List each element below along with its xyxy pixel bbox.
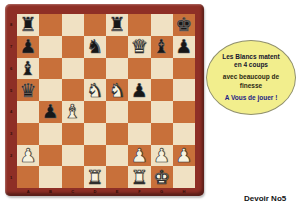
square-g8[interactable] — [151, 14, 173, 36]
square-b8[interactable] — [39, 14, 61, 36]
white-pawn-a2[interactable]: ♟ — [20, 145, 37, 164]
square-d4[interactable] — [84, 101, 106, 123]
square-d2[interactable] — [84, 145, 106, 167]
square-e2[interactable] — [106, 145, 128, 167]
black-bishop-a6[interactable]: ♝ — [20, 58, 37, 77]
rank-label-7: 7 — [5, 36, 17, 58]
black-pawn-a7[interactable]: ♟ — [20, 37, 37, 56]
square-b7[interactable] — [39, 36, 61, 58]
square-h8[interactable]: ♚ — [173, 14, 195, 36]
white-queen-f7[interactable]: ♛ — [131, 37, 148, 56]
square-d1[interactable]: ♜ — [84, 166, 106, 188]
square-c5[interactable] — [62, 79, 84, 101]
square-g7[interactable]: ♝ — [151, 36, 173, 58]
square-d7[interactable]: ♞ — [84, 36, 106, 58]
square-e5[interactable]: ♞ — [106, 79, 128, 101]
square-e6[interactable] — [106, 58, 128, 80]
black-bishop-g7[interactable]: ♝ — [153, 37, 170, 56]
file-label-g: G — [151, 187, 173, 196]
square-h5[interactable] — [173, 79, 195, 101]
rank-labels: 87654321 — [5, 14, 17, 188]
square-e1[interactable] — [106, 166, 128, 188]
square-g1[interactable]: ♚ — [151, 166, 173, 188]
square-f1[interactable]: ♜ — [128, 166, 150, 188]
square-a2[interactable]: ♟ — [17, 145, 39, 167]
file-label-e: E — [106, 187, 128, 196]
file-label-d: D — [84, 187, 106, 196]
square-a1[interactable] — [17, 166, 39, 188]
white-pawn-f2[interactable]: ♟ — [131, 145, 148, 164]
square-c7[interactable] — [62, 36, 84, 58]
white-bishop-c4[interactable]: ♝ — [64, 102, 81, 121]
puzzle-annotation-bubble: Les Blancs matent en 4 coups avec beauco… — [206, 40, 296, 115]
square-f8[interactable] — [128, 14, 150, 36]
square-b1[interactable] — [39, 166, 61, 188]
square-e4[interactable] — [106, 101, 128, 123]
square-d3[interactable] — [84, 123, 106, 145]
square-h4[interactable] — [173, 101, 195, 123]
square-c2[interactable] — [62, 145, 84, 167]
square-f7[interactable]: ♛ — [128, 36, 150, 58]
annotation-line: finesse — [223, 82, 279, 90]
square-e7[interactable] — [106, 36, 128, 58]
annotation-finesse: avec beaucoup de finesse — [223, 73, 279, 89]
rank-label-3: 3 — [5, 123, 17, 145]
white-knight-d5[interactable]: ♞ — [86, 80, 103, 99]
black-rook-a8[interactable]: ♜ — [20, 15, 37, 34]
square-f6[interactable] — [128, 58, 150, 80]
white-pawn-h2[interactable]: ♟ — [175, 145, 192, 164]
square-h1[interactable] — [173, 166, 195, 188]
annotation-your-move: A Vous de jouer ! — [225, 94, 278, 102]
square-a7[interactable]: ♟ — [17, 36, 39, 58]
square-h3[interactable] — [173, 123, 195, 145]
file-label-a: A — [17, 187, 39, 196]
square-f2[interactable]: ♟ — [128, 145, 150, 167]
square-h2[interactable]: ♟ — [173, 145, 195, 167]
square-b4[interactable]: ♟ — [39, 101, 61, 123]
board-grid: ♜♜♚♟♞♛♝♟♝♛♞♞♟♟♝♟♟♟♟♜♜♚ — [17, 14, 195, 188]
square-b6[interactable] — [39, 58, 61, 80]
rank-label-6: 6 — [5, 58, 17, 80]
square-c1[interactable] — [62, 166, 84, 188]
rank-label-4: 4 — [5, 101, 17, 123]
square-b2[interactable] — [39, 145, 61, 167]
square-f5[interactable]: ♟ — [128, 79, 150, 101]
square-a4[interactable] — [17, 101, 39, 123]
white-king-g1[interactable]: ♚ — [153, 167, 170, 186]
square-g2[interactable]: ♟ — [151, 145, 173, 167]
white-pawn-g2[interactable]: ♟ — [153, 145, 170, 164]
square-h6[interactable] — [173, 58, 195, 80]
square-g6[interactable] — [151, 58, 173, 80]
black-king-h8[interactable]: ♚ — [175, 15, 192, 34]
square-d8[interactable] — [84, 14, 106, 36]
square-g5[interactable] — [151, 79, 173, 101]
black-queen-a5[interactable]: ♛ — [20, 80, 37, 99]
rank-label-8: 8 — [5, 14, 17, 36]
black-pawn-f5[interactable]: ♟ — [131, 80, 148, 99]
square-f4[interactable] — [128, 101, 150, 123]
file-label-f: F — [128, 187, 150, 196]
white-knight-e5[interactable]: ♞ — [109, 80, 126, 99]
square-c4[interactable]: ♝ — [62, 101, 84, 123]
square-a3[interactable] — [17, 123, 39, 145]
annotation-line: en 4 coups — [222, 61, 279, 69]
black-knight-d7[interactable]: ♞ — [86, 37, 103, 56]
square-c8[interactable] — [62, 14, 84, 36]
square-e3[interactable] — [106, 123, 128, 145]
square-c6[interactable] — [62, 58, 84, 80]
file-labels: ABCDEFGH — [17, 187, 195, 196]
annotation-line: avec beaucoup de — [223, 73, 279, 81]
file-label-h: H — [173, 187, 195, 196]
square-h7[interactable]: ♟ — [173, 36, 195, 58]
black-rook-e8[interactable]: ♜ — [109, 15, 126, 34]
square-d5[interactable]: ♞ — [84, 79, 106, 101]
square-a5[interactable]: ♛ — [17, 79, 39, 101]
rank-label-5: 5 — [5, 79, 17, 101]
file-label-c: C — [62, 187, 84, 196]
square-f3[interactable] — [128, 123, 150, 145]
black-pawn-h7[interactable]: ♟ — [175, 37, 192, 56]
square-d6[interactable] — [84, 58, 106, 80]
annotation-mate-in-4: Les Blancs matent en 4 coups — [222, 53, 279, 69]
rank-label-2: 2 — [5, 145, 17, 167]
square-b3[interactable] — [39, 123, 61, 145]
black-pawn-b4[interactable]: ♟ — [42, 102, 59, 121]
annotation-line: Les Blancs matent — [222, 53, 279, 61]
file-label-b: B — [39, 187, 61, 196]
square-g3[interactable] — [151, 123, 173, 145]
caption-devoir: Devoir No5 — [244, 194, 286, 203]
square-e8[interactable]: ♜ — [106, 14, 128, 36]
rank-label-1: 1 — [5, 166, 17, 188]
square-b5[interactable] — [39, 79, 61, 101]
square-c3[interactable] — [62, 123, 84, 145]
square-a8[interactable]: ♜ — [17, 14, 39, 36]
square-g4[interactable] — [151, 101, 173, 123]
chess-board-frame: 87654321 ABCDEFGH ♜♜♚♟♞♛♝♟♝♛♞♞♟♟♝♟♟♟♟♜♜♚ — [5, 4, 204, 196]
square-a6[interactable]: ♝ — [17, 58, 39, 80]
chess-puzzle-page: 87654321 ABCDEFGH ♜♜♚♟♞♛♝♟♝♛♞♞♟♟♝♟♟♟♟♜♜♚… — [0, 0, 300, 212]
white-rook-d1[interactable]: ♜ — [86, 167, 103, 186]
annotation-line: A Vous de jouer ! — [225, 94, 278, 102]
white-rook-f1[interactable]: ♜ — [131, 167, 148, 186]
